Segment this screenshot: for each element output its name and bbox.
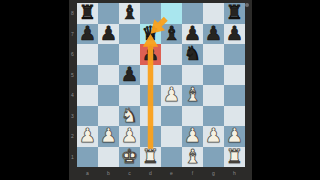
square-f1[interactable]: ♝	[182, 147, 203, 168]
square-c8[interactable]: ♝	[119, 3, 140, 24]
piece-white-pawn[interactable]: ♟	[226, 126, 243, 147]
square-g2[interactable]: ♟	[203, 126, 224, 147]
square-a2[interactable]: ♟	[77, 126, 98, 147]
square-g4[interactable]	[203, 85, 224, 106]
square-b4[interactable]	[98, 85, 119, 106]
piece-black-pawn[interactable]: ♟	[184, 24, 201, 45]
square-a4[interactable]	[77, 85, 98, 106]
square-g6[interactable]	[203, 44, 224, 65]
square-f6[interactable]: ♞	[182, 44, 203, 65]
square-g3[interactable]	[203, 106, 224, 127]
square-b6[interactable]	[98, 44, 119, 65]
square-e2[interactable]	[161, 126, 182, 147]
piece-black-pawn[interactable]: ♟	[121, 65, 138, 86]
board-frame: ♜♝♜♟♟♛♝♟♟♟♟♞♟♟♝♞♟♟♟♟♟♟♚♜♝♜ 87654321 abcd…	[69, 0, 252, 180]
square-b2[interactable]: ♟	[98, 126, 119, 147]
square-a3[interactable]	[77, 106, 98, 127]
piece-white-bishop[interactable]: ♝	[184, 147, 201, 168]
square-f2[interactable]: ♟	[182, 126, 203, 147]
piece-black-knight[interactable]: ♞	[184, 44, 201, 65]
piece-black-rook[interactable]: ♜	[79, 3, 96, 24]
piece-black-pawn[interactable]: ♟	[142, 44, 159, 65]
file-label-f: f	[182, 167, 203, 180]
square-a5[interactable]	[77, 65, 98, 86]
piece-black-bishop[interactable]: ♝	[163, 24, 180, 45]
file-label-b: b	[98, 167, 119, 180]
rank-label-5: 5	[69, 65, 76, 86]
square-b1[interactable]	[98, 147, 119, 168]
square-h1[interactable]: ♜	[224, 147, 245, 168]
square-h4[interactable]	[224, 85, 245, 106]
piece-black-pawn[interactable]: ♟	[79, 24, 96, 45]
square-c2[interactable]: ♟	[119, 126, 140, 147]
rank-label-6: 6	[69, 44, 76, 65]
square-e4[interactable]: ♟	[161, 85, 182, 106]
square-e7[interactable]: ♝	[161, 24, 182, 45]
square-d8[interactable]	[140, 3, 161, 24]
piece-black-bishop[interactable]: ♝	[121, 3, 138, 24]
square-c3[interactable]: ♞	[119, 106, 140, 127]
piece-white-knight[interactable]: ♞	[121, 106, 138, 127]
square-a6[interactable]	[77, 44, 98, 65]
piece-white-pawn[interactable]: ♟	[205, 126, 222, 147]
square-h8[interactable]: ♜	[224, 3, 245, 24]
piece-black-queen[interactable]: ♛	[142, 24, 159, 45]
square-g1[interactable]	[203, 147, 224, 168]
piece-black-rook[interactable]: ♜	[226, 3, 243, 24]
piece-white-pawn[interactable]: ♟	[121, 126, 138, 147]
square-b3[interactable]	[98, 106, 119, 127]
square-a1[interactable]	[77, 147, 98, 168]
square-h6[interactable]	[224, 44, 245, 65]
square-b7[interactable]: ♟	[98, 24, 119, 45]
square-a8[interactable]: ♜	[77, 3, 98, 24]
square-d5[interactable]	[140, 65, 161, 86]
piece-white-bishop[interactable]: ♝	[184, 85, 201, 106]
file-label-e: e	[161, 167, 182, 180]
square-f7[interactable]: ♟	[182, 24, 203, 45]
piece-black-pawn[interactable]: ♟	[226, 24, 243, 45]
square-g7[interactable]: ♟	[203, 24, 224, 45]
file-label-c: c	[119, 167, 140, 180]
piece-white-rook[interactable]: ♜	[142, 147, 159, 168]
file-label-g: g	[203, 167, 224, 180]
square-c7[interactable]	[119, 24, 140, 45]
square-e5[interactable]	[161, 65, 182, 86]
rank-label-1: 1	[69, 147, 76, 168]
piece-white-pawn[interactable]: ♟	[100, 126, 117, 147]
piece-white-pawn[interactable]: ♟	[163, 85, 180, 106]
square-g5[interactable]	[203, 65, 224, 86]
piece-white-rook[interactable]: ♜	[226, 147, 243, 168]
file-label-d: d	[140, 167, 161, 180]
video-frame: ♜♝♜♟♟♛♝♟♟♟♟♞♟♟♝♞♟♟♟♟♟♟♚♜♝♜ 87654321 abcd…	[0, 0, 320, 180]
square-e3[interactable]	[161, 106, 182, 127]
square-d6[interactable]: ♟	[140, 44, 161, 65]
square-f4[interactable]: ♝	[182, 85, 203, 106]
rank-label-8: 8	[69, 3, 76, 24]
square-e6[interactable]	[161, 44, 182, 65]
square-h7[interactable]: ♟	[224, 24, 245, 45]
rank-label-4: 4	[69, 85, 76, 106]
square-b8[interactable]	[98, 3, 119, 24]
chess-board[interactable]: ♜♝♜♟♟♛♝♟♟♟♟♞♟♟♝♞♟♟♟♟♟♟♚♜♝♜	[77, 3, 245, 167]
square-g8[interactable]	[203, 3, 224, 24]
square-d3[interactable]	[140, 106, 161, 127]
file-label-a: a	[77, 167, 98, 180]
square-d2[interactable]	[140, 126, 161, 147]
square-h5[interactable]	[224, 65, 245, 86]
square-a7[interactable]: ♟	[77, 24, 98, 45]
square-c1[interactable]: ♚	[119, 147, 140, 168]
square-d7[interactable]: ♛	[140, 24, 161, 45]
menu-dot-icon[interactable]	[245, 3, 249, 7]
square-d1[interactable]: ♜	[140, 147, 161, 168]
piece-black-pawn[interactable]: ♟	[100, 24, 117, 45]
square-b5[interactable]	[98, 65, 119, 86]
square-e8[interactable]	[161, 3, 182, 24]
rank-label-2: 2	[69, 126, 76, 147]
square-d4[interactable]	[140, 85, 161, 106]
piece-white-pawn[interactable]: ♟	[184, 126, 201, 147]
square-e1[interactable]	[161, 147, 182, 168]
rank-label-3: 3	[69, 106, 76, 127]
square-f5[interactable]	[182, 65, 203, 86]
file-label-h: h	[224, 167, 245, 180]
rank-label-7: 7	[69, 24, 76, 45]
square-h3[interactable]	[224, 106, 245, 127]
square-f8[interactable]	[182, 3, 203, 24]
piece-white-king[interactable]: ♚	[121, 147, 138, 168]
piece-black-pawn[interactable]: ♟	[205, 24, 222, 45]
square-h2[interactable]: ♟	[224, 126, 245, 147]
piece-white-pawn[interactable]: ♟	[79, 126, 96, 147]
square-c6[interactable]	[119, 44, 140, 65]
square-c4[interactable]	[119, 85, 140, 106]
square-c5[interactable]: ♟	[119, 65, 140, 86]
square-f3[interactable]	[182, 106, 203, 127]
